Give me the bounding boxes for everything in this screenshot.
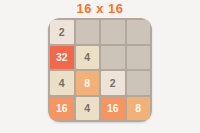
- empty-cell: [101, 46, 125, 70]
- tile-4: 4: [50, 71, 74, 95]
- empty-cell: [76, 20, 100, 44]
- empty-cell: [127, 20, 151, 44]
- tile-4: 4: [76, 46, 100, 70]
- tile-8: 8: [127, 97, 151, 121]
- tile-2: 2: [101, 71, 125, 95]
- tile-16: 16: [101, 97, 125, 121]
- page-title: 16 x 16: [0, 1, 200, 16]
- empty-cell: [127, 46, 151, 70]
- tile-8: 8: [76, 71, 100, 95]
- empty-cell: [127, 71, 151, 95]
- game-board[interactable]: 2324482164168: [48, 18, 152, 122]
- tile-2: 2: [50, 20, 74, 44]
- tile-16: 16: [50, 97, 74, 121]
- tile-32: 32: [50, 46, 74, 70]
- app-screen: 16 x 16 2324482164168: [0, 0, 200, 133]
- tile-4: 4: [76, 97, 100, 121]
- empty-cell: [101, 20, 125, 44]
